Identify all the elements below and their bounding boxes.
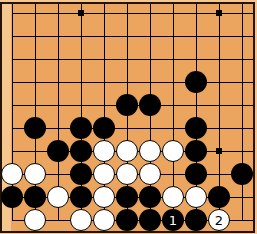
white-stone bbox=[70, 209, 92, 231]
black-stone bbox=[70, 163, 92, 185]
black-stone bbox=[24, 186, 46, 208]
go-board-diagram: 12 bbox=[0, 0, 257, 234]
grid-line-horizontal bbox=[12, 82, 253, 83]
white-stone bbox=[1, 163, 23, 185]
white-stone bbox=[24, 163, 46, 185]
white-stone bbox=[116, 163, 138, 185]
grid-line-horizontal bbox=[12, 59, 253, 60]
black-stone bbox=[185, 163, 207, 185]
black-stone: 1 bbox=[162, 209, 184, 231]
white-stone bbox=[185, 186, 207, 208]
white-stone bbox=[93, 163, 115, 185]
white-stone: 2 bbox=[208, 209, 230, 231]
white-stone bbox=[93, 209, 115, 231]
white-stone bbox=[139, 140, 161, 162]
grid-line-horizontal bbox=[12, 36, 253, 37]
white-stone bbox=[139, 163, 161, 185]
white-stone bbox=[47, 186, 69, 208]
black-stone bbox=[139, 186, 161, 208]
black-stone bbox=[70, 186, 92, 208]
black-stone bbox=[185, 117, 207, 139]
black-stone bbox=[70, 117, 92, 139]
star-point bbox=[216, 148, 222, 154]
black-stone bbox=[1, 186, 23, 208]
white-stone bbox=[162, 186, 184, 208]
black-stone bbox=[116, 186, 138, 208]
black-stone bbox=[231, 163, 253, 185]
black-stone bbox=[24, 117, 46, 139]
move-number-label: 1 bbox=[169, 214, 177, 227]
black-stone bbox=[139, 94, 161, 116]
white-stone bbox=[24, 209, 46, 231]
star-point bbox=[78, 10, 84, 16]
black-stone bbox=[70, 140, 92, 162]
white-stone bbox=[116, 140, 138, 162]
white-stone bbox=[93, 186, 115, 208]
black-stone bbox=[116, 209, 138, 231]
white-stone bbox=[93, 140, 115, 162]
star-point bbox=[216, 10, 222, 16]
grid-line-horizontal bbox=[12, 128, 253, 129]
black-stone bbox=[208, 186, 230, 208]
black-stone bbox=[185, 140, 207, 162]
black-stone bbox=[185, 71, 207, 93]
move-number-label: 2 bbox=[215, 214, 223, 227]
black-stone bbox=[47, 140, 69, 162]
black-stone bbox=[93, 117, 115, 139]
black-stone bbox=[185, 209, 207, 231]
black-stone bbox=[139, 209, 161, 231]
black-stone bbox=[116, 94, 138, 116]
white-stone bbox=[162, 140, 184, 162]
